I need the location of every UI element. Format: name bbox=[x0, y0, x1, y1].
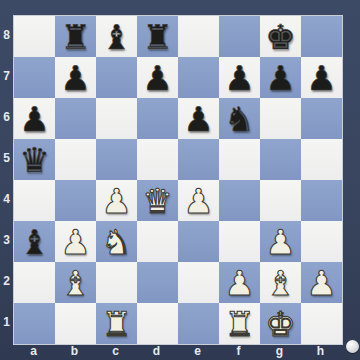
square-d1[interactable] bbox=[137, 303, 178, 344]
black-rook-b8[interactable]: ♜ bbox=[55, 16, 96, 57]
black-pawn-h7[interactable]: ♟ bbox=[301, 57, 342, 98]
square-e1[interactable] bbox=[178, 303, 219, 344]
square-f3[interactable] bbox=[219, 221, 260, 262]
square-d8[interactable]: ♜ bbox=[137, 16, 178, 57]
chess-board: ♜♝♜♚♟♟♟♟♟♟♟♞♛♟♛♟♝♟♞♟♝♟♝♟♜♜♚ bbox=[13, 15, 343, 345]
square-g1[interactable]: ♚ bbox=[260, 303, 301, 344]
file-label-c: c bbox=[95, 344, 136, 360]
square-b5[interactable] bbox=[55, 139, 96, 180]
white-pawn-f2[interactable]: ♟ bbox=[219, 262, 260, 303]
square-a1[interactable] bbox=[14, 303, 55, 344]
square-c2[interactable] bbox=[96, 262, 137, 303]
square-f5[interactable] bbox=[219, 139, 260, 180]
rank-label-2: 2 bbox=[0, 261, 13, 302]
square-g2[interactable]: ♝ bbox=[260, 262, 301, 303]
white-pawn-h2[interactable]: ♟ bbox=[301, 262, 342, 303]
square-e2[interactable] bbox=[178, 262, 219, 303]
square-b6[interactable] bbox=[55, 98, 96, 139]
file-label-f: f bbox=[218, 344, 259, 360]
white-bishop-b2[interactable]: ♝ bbox=[55, 262, 96, 303]
square-b8[interactable]: ♜ bbox=[55, 16, 96, 57]
square-f6[interactable]: ♞ bbox=[219, 98, 260, 139]
black-bishop-c8[interactable]: ♝ bbox=[96, 16, 137, 57]
chess-board-widget: ♜♝♜♚♟♟♟♟♟♟♟♞♛♟♛♟♝♟♞♟♝♟♝♟♜♜♚ 87654321 abc… bbox=[0, 0, 360, 360]
square-e7[interactable] bbox=[178, 57, 219, 98]
square-g5[interactable] bbox=[260, 139, 301, 180]
square-a6[interactable]: ♟ bbox=[14, 98, 55, 139]
square-f4[interactable] bbox=[219, 180, 260, 221]
black-rook-d8[interactable]: ♜ bbox=[137, 16, 178, 57]
square-c6[interactable] bbox=[96, 98, 137, 139]
square-g6[interactable] bbox=[260, 98, 301, 139]
square-e4[interactable]: ♟ bbox=[178, 180, 219, 221]
square-e8[interactable] bbox=[178, 16, 219, 57]
square-e5[interactable] bbox=[178, 139, 219, 180]
square-d2[interactable] bbox=[137, 262, 178, 303]
rank-label-5: 5 bbox=[0, 138, 13, 179]
square-a2[interactable] bbox=[14, 262, 55, 303]
white-rook-f1[interactable]: ♜ bbox=[219, 303, 260, 344]
white-pawn-g3[interactable]: ♟ bbox=[260, 221, 301, 262]
square-h8[interactable] bbox=[301, 16, 342, 57]
square-h4[interactable] bbox=[301, 180, 342, 221]
square-c4[interactable]: ♟ bbox=[96, 180, 137, 221]
square-g8[interactable]: ♚ bbox=[260, 16, 301, 57]
square-h1[interactable] bbox=[301, 303, 342, 344]
white-knight-c3[interactable]: ♞ bbox=[96, 221, 137, 262]
file-label-g: g bbox=[259, 344, 300, 360]
square-d4[interactable]: ♛ bbox=[137, 180, 178, 221]
file-label-a: a bbox=[13, 344, 54, 360]
file-label-b: b bbox=[54, 344, 95, 360]
square-f2[interactable]: ♟ bbox=[219, 262, 260, 303]
square-g4[interactable] bbox=[260, 180, 301, 221]
square-b1[interactable] bbox=[55, 303, 96, 344]
square-h3[interactable] bbox=[301, 221, 342, 262]
square-h7[interactable]: ♟ bbox=[301, 57, 342, 98]
black-pawn-e6[interactable]: ♟ bbox=[178, 98, 219, 139]
square-h2[interactable]: ♟ bbox=[301, 262, 342, 303]
square-b2[interactable]: ♝ bbox=[55, 262, 96, 303]
square-a5[interactable]: ♛ bbox=[14, 139, 55, 180]
file-label-e: e bbox=[177, 344, 218, 360]
black-pawn-g7[interactable]: ♟ bbox=[260, 57, 301, 98]
square-d7[interactable]: ♟ bbox=[137, 57, 178, 98]
white-bishop-g2[interactable]: ♝ bbox=[260, 262, 301, 303]
white-to-move-indicator bbox=[346, 340, 359, 353]
white-pawn-b3[interactable]: ♟ bbox=[55, 221, 96, 262]
square-f8[interactable] bbox=[219, 16, 260, 57]
black-pawn-d7[interactable]: ♟ bbox=[137, 57, 178, 98]
square-b7[interactable]: ♟ bbox=[55, 57, 96, 98]
square-c8[interactable]: ♝ bbox=[96, 16, 137, 57]
square-f7[interactable]: ♟ bbox=[219, 57, 260, 98]
black-pawn-b7[interactable]: ♟ bbox=[55, 57, 96, 98]
black-queen-a5[interactable]: ♛ bbox=[14, 139, 55, 180]
black-knight-f6[interactable]: ♞ bbox=[219, 98, 260, 139]
square-d6[interactable] bbox=[137, 98, 178, 139]
square-d5[interactable] bbox=[137, 139, 178, 180]
square-b3[interactable]: ♟ bbox=[55, 221, 96, 262]
white-pawn-e4[interactable]: ♟ bbox=[178, 180, 219, 221]
black-pawn-f7[interactable]: ♟ bbox=[219, 57, 260, 98]
rank-label-1: 1 bbox=[0, 302, 13, 343]
rank-label-8: 8 bbox=[0, 15, 13, 56]
square-c7[interactable] bbox=[96, 57, 137, 98]
black-bishop-a3[interactable]: ♝ bbox=[14, 221, 55, 262]
square-b4[interactable] bbox=[55, 180, 96, 221]
square-a8[interactable] bbox=[14, 16, 55, 57]
square-h5[interactable] bbox=[301, 139, 342, 180]
rank-label-4: 4 bbox=[0, 179, 13, 220]
square-f1[interactable]: ♜ bbox=[219, 303, 260, 344]
white-queen-d4[interactable]: ♛ bbox=[137, 180, 178, 221]
white-rook-c1[interactable]: ♜ bbox=[96, 303, 137, 344]
white-pawn-c4[interactable]: ♟ bbox=[96, 180, 137, 221]
square-h6[interactable] bbox=[301, 98, 342, 139]
square-c1[interactable]: ♜ bbox=[96, 303, 137, 344]
square-e3[interactable] bbox=[178, 221, 219, 262]
square-c5[interactable] bbox=[96, 139, 137, 180]
white-king-g1[interactable]: ♚ bbox=[260, 303, 301, 344]
black-king-g8[interactable]: ♚ bbox=[260, 16, 301, 57]
rank-label-7: 7 bbox=[0, 56, 13, 97]
square-c3[interactable]: ♞ bbox=[96, 221, 137, 262]
file-label-d: d bbox=[136, 344, 177, 360]
square-d3[interactable] bbox=[137, 221, 178, 262]
black-pawn-a6[interactable]: ♟ bbox=[14, 98, 55, 139]
file-label-h: h bbox=[300, 344, 341, 360]
square-a4[interactable] bbox=[14, 180, 55, 221]
square-a3[interactable]: ♝ bbox=[14, 221, 55, 262]
rank-label-3: 3 bbox=[0, 220, 13, 261]
square-g7[interactable]: ♟ bbox=[260, 57, 301, 98]
square-g3[interactable]: ♟ bbox=[260, 221, 301, 262]
rank-label-6: 6 bbox=[0, 97, 13, 138]
square-e6[interactable]: ♟ bbox=[178, 98, 219, 139]
square-a7[interactable] bbox=[14, 57, 55, 98]
